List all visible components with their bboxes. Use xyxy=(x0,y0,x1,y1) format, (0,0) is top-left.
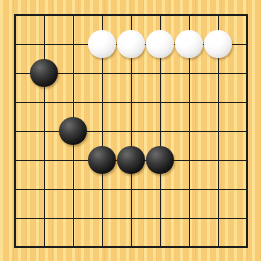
go-board[interactable] xyxy=(0,0,261,261)
board-grid-lines xyxy=(14,14,248,248)
go-board-screenshot xyxy=(0,0,261,261)
